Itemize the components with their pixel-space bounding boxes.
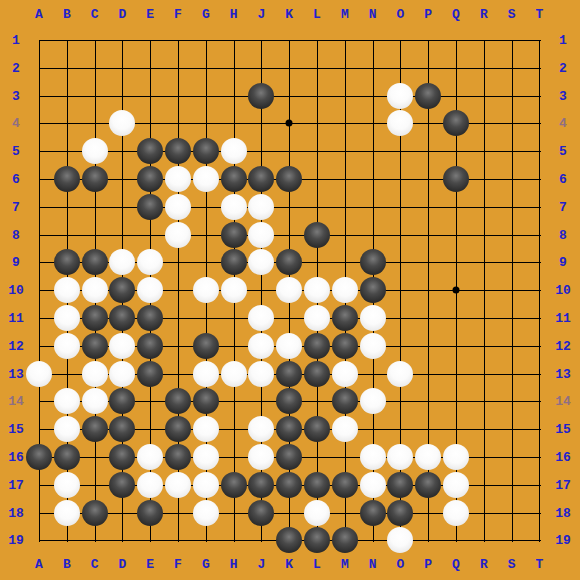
stone-white-G17 xyxy=(193,472,219,498)
stone-white-E16 xyxy=(137,444,163,470)
stone-black-P3 xyxy=(415,83,441,109)
row-label-left-13: 13 xyxy=(8,367,24,380)
stone-white-J16 xyxy=(248,444,274,470)
row-label-right-13: 13 xyxy=(555,367,571,380)
go-board[interactable]: AABBCCDDEEFFGGHHJJKKLLMMNNOOPPQQRRSSTT11… xyxy=(0,0,580,580)
stone-white-C14 xyxy=(82,388,108,414)
row-label-right-8: 8 xyxy=(559,228,567,241)
column-label-bottom-R: R xyxy=(480,558,488,571)
stone-black-K16 xyxy=(276,444,302,470)
stone-white-G10 xyxy=(193,277,219,303)
stone-white-N14 xyxy=(360,388,386,414)
stone-white-E9 xyxy=(137,249,163,275)
stone-white-M15 xyxy=(332,416,358,442)
stone-white-H13 xyxy=(221,361,247,387)
stone-black-J17 xyxy=(248,472,274,498)
stone-white-J9 xyxy=(248,249,274,275)
stone-white-F7 xyxy=(165,194,191,220)
column-label-top-F: F xyxy=(174,8,182,21)
row-label-right-2: 2 xyxy=(559,61,567,74)
column-label-top-L: L xyxy=(313,8,321,21)
stone-black-M17 xyxy=(332,472,358,498)
stone-white-P16 xyxy=(415,444,441,470)
stone-white-D9 xyxy=(109,249,135,275)
stone-black-L8 xyxy=(304,222,330,248)
column-label-bottom-H: H xyxy=(230,558,238,571)
stone-black-M12 xyxy=(332,333,358,359)
stone-black-B16 xyxy=(54,444,80,470)
column-label-bottom-K: K xyxy=(285,558,293,571)
row-label-right-10: 10 xyxy=(555,284,571,297)
row-label-left-4: 4 xyxy=(12,117,20,130)
stone-black-C15 xyxy=(82,416,108,442)
stone-white-H10 xyxy=(221,277,247,303)
stone-white-K12 xyxy=(276,333,302,359)
stone-black-Q4 xyxy=(443,110,469,136)
row-label-right-19: 19 xyxy=(555,534,571,547)
row-label-left-5: 5 xyxy=(12,145,20,158)
stone-black-M14 xyxy=(332,388,358,414)
column-label-bottom-M: M xyxy=(341,558,349,571)
row-label-right-4: 4 xyxy=(559,117,567,130)
row-label-right-17: 17 xyxy=(555,478,571,491)
row-label-right-12: 12 xyxy=(555,339,571,352)
row-label-left-6: 6 xyxy=(12,173,20,186)
stone-white-B10 xyxy=(54,277,80,303)
stone-black-N10 xyxy=(360,277,386,303)
stone-black-F16 xyxy=(165,444,191,470)
column-label-bottom-Q: Q xyxy=(452,558,460,571)
row-label-left-16: 16 xyxy=(8,451,24,464)
row-label-left-15: 15 xyxy=(8,423,24,436)
stone-black-D15 xyxy=(109,416,135,442)
row-label-left-10: 10 xyxy=(8,284,24,297)
stone-white-M13 xyxy=(332,361,358,387)
column-label-top-N: N xyxy=(369,8,377,21)
stone-black-K13 xyxy=(276,361,302,387)
star-point-K4 xyxy=(286,120,293,127)
stone-white-B14 xyxy=(54,388,80,414)
column-label-bottom-P: P xyxy=(424,558,432,571)
column-label-bottom-A: A xyxy=(35,558,43,571)
stone-black-A16 xyxy=(26,444,52,470)
stone-black-F14 xyxy=(165,388,191,414)
stone-white-B15 xyxy=(54,416,80,442)
stone-white-B11 xyxy=(54,305,80,331)
column-label-top-P: P xyxy=(424,8,432,21)
stone-white-M10 xyxy=(332,277,358,303)
column-label-top-S: S xyxy=(508,8,516,21)
stone-black-K17 xyxy=(276,472,302,498)
stone-black-D17 xyxy=(109,472,135,498)
stone-black-G12 xyxy=(193,333,219,359)
stone-black-D11 xyxy=(109,305,135,331)
stone-black-E12 xyxy=(137,333,163,359)
stone-white-B12 xyxy=(54,333,80,359)
stone-black-H9 xyxy=(221,249,247,275)
row-label-left-12: 12 xyxy=(8,339,24,352)
stone-black-J6 xyxy=(248,166,274,192)
stone-black-H8 xyxy=(221,222,247,248)
stone-black-J3 xyxy=(248,83,274,109)
stone-black-H6 xyxy=(221,166,247,192)
stone-white-J15 xyxy=(248,416,274,442)
stone-white-N16 xyxy=(360,444,386,470)
stone-white-O4 xyxy=(387,110,413,136)
row-label-right-16: 16 xyxy=(555,451,571,464)
stone-white-O13 xyxy=(387,361,413,387)
stone-black-Q6 xyxy=(443,166,469,192)
stone-black-N18 xyxy=(360,500,386,526)
row-label-left-14: 14 xyxy=(8,395,24,408)
row-label-left-17: 17 xyxy=(8,478,24,491)
stone-black-B6 xyxy=(54,166,80,192)
row-label-left-18: 18 xyxy=(8,506,24,519)
stone-white-N17 xyxy=(360,472,386,498)
stone-black-C18 xyxy=(82,500,108,526)
stone-black-N9 xyxy=(360,249,386,275)
stone-white-J8 xyxy=(248,222,274,248)
stone-white-H5 xyxy=(221,138,247,164)
stone-black-H17 xyxy=(221,472,247,498)
row-label-left-7: 7 xyxy=(12,200,20,213)
row-label-right-18: 18 xyxy=(555,506,571,519)
row-label-left-2: 2 xyxy=(12,61,20,74)
stone-white-L10 xyxy=(304,277,330,303)
row-label-right-6: 6 xyxy=(559,173,567,186)
stone-black-E5 xyxy=(137,138,163,164)
stone-white-B18 xyxy=(54,500,80,526)
column-label-bottom-E: E xyxy=(146,558,154,571)
stone-black-E18 xyxy=(137,500,163,526)
stone-black-K9 xyxy=(276,249,302,275)
stone-white-E10 xyxy=(137,277,163,303)
stone-black-E6 xyxy=(137,166,163,192)
stone-black-K19 xyxy=(276,527,302,553)
stone-black-D10 xyxy=(109,277,135,303)
stone-white-A13 xyxy=(26,361,52,387)
stone-white-C10 xyxy=(82,277,108,303)
stone-black-D16 xyxy=(109,444,135,470)
column-label-bottom-L: L xyxy=(313,558,321,571)
column-label-top-J: J xyxy=(257,8,265,21)
row-label-right-7: 7 xyxy=(559,200,567,213)
column-label-bottom-N: N xyxy=(369,558,377,571)
stone-black-K14 xyxy=(276,388,302,414)
stone-black-D14 xyxy=(109,388,135,414)
row-label-left-1: 1 xyxy=(12,34,20,47)
stone-white-D12 xyxy=(109,333,135,359)
stone-black-B9 xyxy=(54,249,80,275)
column-label-top-Q: Q xyxy=(452,8,460,21)
column-label-bottom-T: T xyxy=(535,558,543,571)
column-label-top-G: G xyxy=(202,8,210,21)
column-label-top-R: R xyxy=(480,8,488,21)
stone-black-O17 xyxy=(387,472,413,498)
stone-black-F5 xyxy=(165,138,191,164)
row-label-right-1: 1 xyxy=(559,34,567,47)
stone-white-F17 xyxy=(165,472,191,498)
column-label-bottom-G: G xyxy=(202,558,210,571)
stone-black-E13 xyxy=(137,361,163,387)
stone-white-Q16 xyxy=(443,444,469,470)
stone-black-P17 xyxy=(415,472,441,498)
stone-white-J13 xyxy=(248,361,274,387)
stone-white-Q18 xyxy=(443,500,469,526)
column-label-bottom-J: J xyxy=(257,558,265,571)
column-label-top-A: A xyxy=(35,8,43,21)
row-label-left-11: 11 xyxy=(8,312,24,325)
stone-white-K10 xyxy=(276,277,302,303)
stone-white-L18 xyxy=(304,500,330,526)
column-label-top-K: K xyxy=(285,8,293,21)
stone-black-G5 xyxy=(193,138,219,164)
stone-black-C12 xyxy=(82,333,108,359)
row-label-right-11: 11 xyxy=(555,312,571,325)
stone-black-G14 xyxy=(193,388,219,414)
stone-white-F8 xyxy=(165,222,191,248)
stone-black-L13 xyxy=(304,361,330,387)
column-label-top-C: C xyxy=(91,8,99,21)
stone-white-J11 xyxy=(248,305,274,331)
stone-white-O3 xyxy=(387,83,413,109)
column-label-top-T: T xyxy=(535,8,543,21)
stone-black-C9 xyxy=(82,249,108,275)
row-label-right-14: 14 xyxy=(555,395,571,408)
column-label-top-M: M xyxy=(341,8,349,21)
stone-black-O18 xyxy=(387,500,413,526)
stone-white-B17 xyxy=(54,472,80,498)
column-label-bottom-C: C xyxy=(91,558,99,571)
stone-white-N12 xyxy=(360,333,386,359)
stone-white-L11 xyxy=(304,305,330,331)
column-label-top-D: D xyxy=(118,8,126,21)
stone-white-H7 xyxy=(221,194,247,220)
row-label-left-19: 19 xyxy=(8,534,24,547)
stone-white-O16 xyxy=(387,444,413,470)
stone-black-M11 xyxy=(332,305,358,331)
column-label-top-B: B xyxy=(63,8,71,21)
stone-white-Q17 xyxy=(443,472,469,498)
stone-white-G15 xyxy=(193,416,219,442)
stone-white-C5 xyxy=(82,138,108,164)
stone-black-M19 xyxy=(332,527,358,553)
column-label-bottom-F: F xyxy=(174,558,182,571)
row-label-right-15: 15 xyxy=(555,423,571,436)
stone-black-L15 xyxy=(304,416,330,442)
row-label-right-3: 3 xyxy=(559,89,567,102)
row-label-right-5: 5 xyxy=(559,145,567,158)
row-label-left-8: 8 xyxy=(12,228,20,241)
row-label-right-9: 9 xyxy=(559,256,567,269)
stone-white-G6 xyxy=(193,166,219,192)
stone-white-C13 xyxy=(82,361,108,387)
column-label-top-O: O xyxy=(396,8,404,21)
stone-white-N11 xyxy=(360,305,386,331)
column-label-bottom-B: B xyxy=(63,558,71,571)
row-label-left-9: 9 xyxy=(12,256,20,269)
column-label-bottom-D: D xyxy=(118,558,126,571)
star-point-Q10 xyxy=(453,287,460,294)
stone-white-G13 xyxy=(193,361,219,387)
stone-white-G16 xyxy=(193,444,219,470)
stone-black-E11 xyxy=(137,305,163,331)
column-label-bottom-S: S xyxy=(508,558,516,571)
stone-white-E17 xyxy=(137,472,163,498)
stone-white-J12 xyxy=(248,333,274,359)
stone-black-J18 xyxy=(248,500,274,526)
stone-white-G18 xyxy=(193,500,219,526)
stone-black-C6 xyxy=(82,166,108,192)
stone-white-D13 xyxy=(109,361,135,387)
stone-black-E7 xyxy=(137,194,163,220)
stone-white-F6 xyxy=(165,166,191,192)
stone-black-F15 xyxy=(165,416,191,442)
stone-white-O19 xyxy=(387,527,413,553)
stone-white-D4 xyxy=(109,110,135,136)
stone-black-L12 xyxy=(304,333,330,359)
column-label-top-E: E xyxy=(146,8,154,21)
stone-black-L17 xyxy=(304,472,330,498)
stone-white-J7 xyxy=(248,194,274,220)
column-label-bottom-O: O xyxy=(396,558,404,571)
stone-black-C11 xyxy=(82,305,108,331)
stone-black-L19 xyxy=(304,527,330,553)
column-label-top-H: H xyxy=(230,8,238,21)
stone-black-K15 xyxy=(276,416,302,442)
stone-black-K6 xyxy=(276,166,302,192)
row-label-left-3: 3 xyxy=(12,89,20,102)
